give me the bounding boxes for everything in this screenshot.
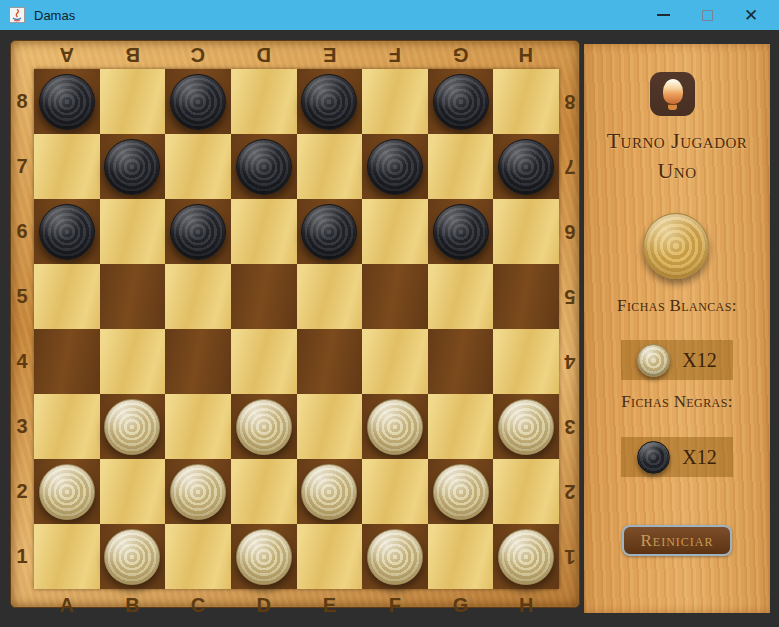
white-checker-b3[interactable] xyxy=(104,399,160,455)
file-label-c: C xyxy=(165,593,231,617)
square-a4[interactable] xyxy=(34,329,100,394)
turn-line-1: Turno Jugador xyxy=(584,126,770,156)
white-checker-d1[interactable] xyxy=(236,529,292,585)
square-d2[interactable] xyxy=(231,459,297,524)
board-frame: ABCDEFGH 87654321 87654321 ABCDEFGH xyxy=(10,40,580,608)
white-pieces-label: Fichas Blancas: xyxy=(584,296,770,316)
file-label-b: B xyxy=(100,593,166,617)
square-d1[interactable] xyxy=(231,524,297,589)
white-checker-g2[interactable] xyxy=(433,464,489,520)
square-a7[interactable] xyxy=(34,134,100,199)
file-label-e: E xyxy=(297,593,363,617)
square-e2[interactable] xyxy=(297,459,363,524)
square-g5[interactable] xyxy=(428,264,494,329)
black-checker-c8[interactable] xyxy=(170,74,226,130)
square-d4[interactable] xyxy=(231,329,297,394)
square-g7[interactable] xyxy=(428,134,494,199)
square-g3[interactable] xyxy=(428,394,494,459)
black-checker-e8[interactable] xyxy=(301,74,357,130)
square-b5[interactable] xyxy=(100,264,166,329)
black-checker-g6[interactable] xyxy=(433,204,489,260)
square-e8[interactable] xyxy=(297,69,363,134)
square-a2[interactable] xyxy=(34,459,100,524)
black-checker-d7[interactable] xyxy=(236,139,292,195)
square-e6[interactable] xyxy=(297,199,363,264)
square-f3[interactable] xyxy=(362,394,428,459)
white-checker-icon xyxy=(637,344,670,377)
turn-line-2: Uno xyxy=(584,156,770,186)
app-window: Damas ✕ ABCDEFGH 87654321 87654321 ABCDE… xyxy=(0,0,779,627)
file-label-g: G xyxy=(428,43,494,67)
square-b2[interactable] xyxy=(100,459,166,524)
square-f7[interactable] xyxy=(362,134,428,199)
file-label-c: C xyxy=(165,43,231,67)
file-label-g: G xyxy=(428,593,494,617)
lightbulb-base xyxy=(668,104,677,110)
rank-label-6: 6 xyxy=(559,199,581,264)
minimize-button[interactable] xyxy=(641,0,685,30)
titlebar: Damas ✕ xyxy=(0,0,779,30)
side-panel: Turno Jugador Uno Fichas Blancas: X12 Fi… xyxy=(584,44,770,613)
rank-label-4: 4 xyxy=(11,329,33,394)
square-c1[interactable] xyxy=(165,524,231,589)
white-checker-d3[interactable] xyxy=(236,399,292,455)
black-checker-icon xyxy=(637,441,670,474)
rank-label-6: 6 xyxy=(11,199,33,264)
square-c7[interactable] xyxy=(165,134,231,199)
maximize-button[interactable] xyxy=(685,0,729,30)
square-d3[interactable] xyxy=(231,394,297,459)
rank-label-2: 2 xyxy=(11,459,33,524)
square-f5[interactable] xyxy=(362,264,428,329)
window-title: Damas xyxy=(34,8,75,23)
square-d6[interactable] xyxy=(231,199,297,264)
square-f8[interactable] xyxy=(362,69,428,134)
white-checker-h3[interactable] xyxy=(498,399,554,455)
rank-label-4: 4 xyxy=(559,329,581,394)
square-h3[interactable] xyxy=(493,394,559,459)
black-checker-b7[interactable] xyxy=(104,139,160,195)
square-f4[interactable] xyxy=(362,329,428,394)
turn-indicator-label: Turno Jugador Uno xyxy=(584,126,770,186)
black-checker-e6[interactable] xyxy=(301,204,357,260)
white-count-box: X12 xyxy=(621,340,733,380)
window-controls: ✕ xyxy=(641,0,779,30)
square-e7[interactable] xyxy=(297,134,363,199)
square-d8[interactable] xyxy=(231,69,297,134)
square-g6[interactable] xyxy=(428,199,494,264)
rank-label-5: 5 xyxy=(559,264,581,329)
file-label-e: E xyxy=(297,43,363,67)
black-count: X12 xyxy=(682,446,716,469)
file-label-f: F xyxy=(362,593,428,617)
square-b4[interactable] xyxy=(100,329,166,394)
square-a8[interactable] xyxy=(34,69,100,134)
file-labels-top: ABCDEFGH xyxy=(34,43,559,67)
black-checker-f7[interactable] xyxy=(367,139,423,195)
rank-label-2: 2 xyxy=(559,459,581,524)
square-c2[interactable] xyxy=(165,459,231,524)
white-checker-c2[interactable] xyxy=(170,464,226,520)
file-label-d: D xyxy=(231,43,297,67)
square-h2[interactable] xyxy=(493,459,559,524)
white-count: X12 xyxy=(682,349,716,372)
square-e5[interactable] xyxy=(297,264,363,329)
square-d5[interactable] xyxy=(231,264,297,329)
square-b3[interactable] xyxy=(100,394,166,459)
square-c4[interactable] xyxy=(165,329,231,394)
java-icon xyxy=(9,7,25,23)
square-c8[interactable] xyxy=(165,69,231,134)
restart-button[interactable]: Reiniciar xyxy=(622,525,732,556)
square-e3[interactable] xyxy=(297,394,363,459)
rank-labels-left: 87654321 xyxy=(11,69,33,589)
square-b1[interactable] xyxy=(100,524,166,589)
lightbulb-icon xyxy=(650,72,695,116)
square-c3[interactable] xyxy=(165,394,231,459)
file-label-b: B xyxy=(100,43,166,67)
white-checker-h1[interactable] xyxy=(498,529,554,585)
square-h7[interactable] xyxy=(493,134,559,199)
square-c6[interactable] xyxy=(165,199,231,264)
white-checker-b1[interactable] xyxy=(104,529,160,585)
square-a1[interactable] xyxy=(34,524,100,589)
file-label-h: H xyxy=(493,43,559,67)
black-checker-h7[interactable] xyxy=(498,139,554,195)
checkers-board xyxy=(34,69,559,589)
close-button[interactable]: ✕ xyxy=(729,0,773,30)
black-checker-a6[interactable] xyxy=(39,204,95,260)
square-f1[interactable] xyxy=(362,524,428,589)
file-label-d: D xyxy=(231,593,297,617)
rank-label-8: 8 xyxy=(559,69,581,134)
square-c5[interactable] xyxy=(165,264,231,329)
square-g1[interactable] xyxy=(428,524,494,589)
square-h1[interactable] xyxy=(493,524,559,589)
lightbulb-glass xyxy=(663,79,683,104)
file-label-f: F xyxy=(362,43,428,67)
white-checker-a2[interactable] xyxy=(39,464,95,520)
square-g4[interactable] xyxy=(428,329,494,394)
square-d7[interactable] xyxy=(231,134,297,199)
file-labels-bottom: ABCDEFGH xyxy=(34,593,559,617)
square-a5[interactable] xyxy=(34,264,100,329)
white-checker-f3[interactable] xyxy=(367,399,423,455)
square-h6[interactable] xyxy=(493,199,559,264)
file-label-h: H xyxy=(493,593,559,617)
square-h5[interactable] xyxy=(493,264,559,329)
file-label-a: A xyxy=(34,593,100,617)
square-b7[interactable] xyxy=(100,134,166,199)
rank-label-3: 3 xyxy=(11,394,33,459)
square-h4[interactable] xyxy=(493,329,559,394)
rank-label-3: 3 xyxy=(559,394,581,459)
black-count-box: X12 xyxy=(621,437,733,477)
black-pieces-label: Fichas Negras: xyxy=(584,392,770,412)
black-checker-g8[interactable] xyxy=(433,74,489,130)
square-a6[interactable] xyxy=(34,199,100,264)
square-a3[interactable] xyxy=(34,394,100,459)
black-checker-a8[interactable] xyxy=(39,74,95,130)
black-checker-c6[interactable] xyxy=(170,204,226,260)
rank-label-5: 5 xyxy=(11,264,33,329)
square-e4[interactable] xyxy=(297,329,363,394)
rank-label-8: 8 xyxy=(11,69,33,134)
rank-label-1: 1 xyxy=(559,524,581,589)
square-g2[interactable] xyxy=(428,459,494,524)
rank-labels-right: 87654321 xyxy=(559,69,581,589)
square-g8[interactable] xyxy=(428,69,494,134)
white-checker-e2[interactable] xyxy=(301,464,357,520)
file-label-a: A xyxy=(34,43,100,67)
square-b8[interactable] xyxy=(100,69,166,134)
current-player-checker xyxy=(643,213,709,279)
rank-label-7: 7 xyxy=(559,134,581,199)
square-f2[interactable] xyxy=(362,459,428,524)
white-checker-f1[interactable] xyxy=(367,529,423,585)
rank-label-7: 7 xyxy=(11,134,33,199)
square-e1[interactable] xyxy=(297,524,363,589)
square-h8[interactable] xyxy=(493,69,559,134)
rank-label-1: 1 xyxy=(11,524,33,589)
square-f6[interactable] xyxy=(362,199,428,264)
square-b6[interactable] xyxy=(100,199,166,264)
